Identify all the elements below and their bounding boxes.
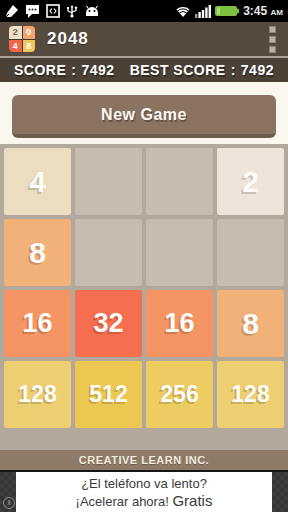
- clock: 3:45 AM: [243, 4, 283, 18]
- new-game-button[interactable]: New Game: [12, 95, 276, 138]
- publisher-bar: CREATIVE LEARN INC.: [0, 450, 288, 470]
- logo-tile-2: 2: [9, 26, 22, 39]
- best-score-separator: :: [231, 62, 236, 78]
- ad-cta: ¡Acelerar ahora! Gratis: [76, 492, 213, 510]
- android-robot-icon: [84, 5, 100, 17]
- logo-tile-8: 8: [23, 40, 36, 53]
- score-value: 7492: [81, 62, 114, 78]
- tile-256: 256: [146, 361, 213, 428]
- tile-16: 16: [146, 290, 213, 357]
- tile-8: 8: [4, 219, 71, 286]
- clock-meridiem: AM: [271, 8, 283, 17]
- battery-icon: [215, 5, 239, 17]
- empty-cell: [217, 219, 284, 286]
- logo-tile-0: 0: [23, 26, 36, 39]
- ad-info-icon[interactable]: i: [3, 497, 15, 509]
- app-logo-icon: 2048: [9, 26, 35, 52]
- controls-section: New Game: [0, 82, 288, 144]
- score-bar: SCORE : 7492 BEST SCORE : 7492: [0, 58, 288, 82]
- developer-box-icon: [46, 4, 60, 18]
- ad-cta-text: ¡Acelerar ahora!: [76, 494, 169, 509]
- tile-16: 16: [4, 290, 71, 357]
- best-score-label: BEST SCORE: [130, 62, 226, 78]
- ad-zone: ¿El teléfono va lento? ¡Acelerar ahora! …: [0, 470, 288, 512]
- signal-bars-icon: [195, 5, 211, 18]
- tile-4: 4: [4, 148, 71, 215]
- logo-tile-4: 4: [9, 40, 22, 53]
- empty-cell: [146, 148, 213, 215]
- status-bar: 3:45 AM: [0, 0, 288, 22]
- tile-128: 128: [217, 361, 284, 428]
- empty-cell: [146, 219, 213, 286]
- ad-banner[interactable]: ¿El teléfono va lento? ¡Acelerar ahora! …: [16, 472, 272, 512]
- game-board[interactable]: 4281632168128512256128: [0, 144, 288, 450]
- status-bar-right: 3:45 AM: [175, 4, 283, 18]
- tile-8: 8: [217, 290, 284, 357]
- overflow-menu-icon[interactable]: [266, 22, 279, 57]
- usb-icon: [66, 4, 78, 18]
- tile-128: 128: [4, 361, 71, 428]
- best-score-value: 7492: [241, 62, 274, 78]
- phone-screen: 3:45 AM 2048 2048 SCORE : 7492 BEST SCOR…: [0, 0, 288, 512]
- app-title: 2048: [47, 29, 266, 49]
- tile-512: 512: [75, 361, 142, 428]
- publisher-name: CREATIVE LEARN INC.: [79, 454, 209, 466]
- status-bar-left: [5, 4, 100, 18]
- score-label: SCORE: [14, 62, 66, 78]
- wifi-icon: [175, 5, 191, 18]
- empty-cell: [75, 148, 142, 215]
- best-score-group: BEST SCORE : 7492: [130, 62, 274, 78]
- ad-headline: ¿El teléfono va lento?: [81, 475, 207, 492]
- tile-2: 2: [217, 148, 284, 215]
- ad-cta-highlight: Gratis: [172, 492, 212, 509]
- score-separator: :: [71, 62, 76, 78]
- score-group: SCORE : 7492: [14, 62, 115, 78]
- clock-time: 3:45: [243, 4, 267, 18]
- empty-cell: [75, 219, 142, 286]
- title-bar: 2048 2048: [0, 22, 288, 56]
- chat-bubble-icon: [25, 4, 40, 18]
- tile-32: 32: [75, 290, 142, 357]
- clean-tool-icon: [5, 4, 19, 18]
